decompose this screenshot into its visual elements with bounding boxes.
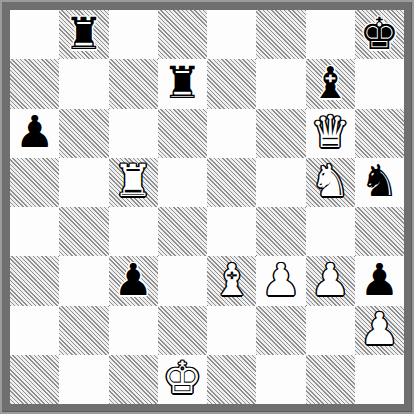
piece-black-pawn: ♟ — [360, 258, 399, 302]
square-e8[interactable] — [207, 10, 256, 59]
piece-black-pawn: ♟ — [113, 258, 152, 302]
square-a4[interactable] — [10, 207, 59, 256]
square-c1[interactable] — [109, 355, 158, 404]
square-e2[interactable] — [207, 306, 256, 355]
square-b1[interactable] — [59, 355, 108, 404]
square-e7[interactable] — [207, 59, 256, 108]
chess-board: ♜♚♜♝♟♛♜♞♞♟♝♟♟♟♟♚ — [10, 10, 404, 404]
square-a8[interactable] — [10, 10, 59, 59]
piece-white-queen: ♛ — [310, 110, 349, 154]
piece-white-knight: ♞ — [310, 159, 349, 203]
square-d8[interactable] — [158, 10, 207, 59]
square-d2[interactable] — [158, 306, 207, 355]
square-c8[interactable] — [109, 10, 158, 59]
piece-black-king: ♚ — [360, 12, 399, 56]
square-b4[interactable] — [59, 207, 108, 256]
square-g4[interactable] — [306, 207, 355, 256]
square-c6[interactable] — [109, 109, 158, 158]
piece-black-knight: ♞ — [360, 159, 399, 203]
square-g5[interactable]: ♞ — [306, 158, 355, 207]
square-e6[interactable] — [207, 109, 256, 158]
square-f8[interactable] — [256, 10, 305, 59]
square-a1[interactable] — [10, 355, 59, 404]
square-f2[interactable] — [256, 306, 305, 355]
square-a2[interactable] — [10, 306, 59, 355]
square-f7[interactable] — [256, 59, 305, 108]
square-g3[interactable]: ♟ — [306, 256, 355, 305]
piece-black-rook: ♜ — [64, 12, 103, 56]
square-e5[interactable] — [207, 158, 256, 207]
square-b3[interactable] — [59, 256, 108, 305]
square-d6[interactable] — [158, 109, 207, 158]
square-f1[interactable] — [256, 355, 305, 404]
square-h2[interactable]: ♟ — [355, 306, 404, 355]
square-h7[interactable] — [355, 59, 404, 108]
square-b6[interactable] — [59, 109, 108, 158]
square-g8[interactable] — [306, 10, 355, 59]
square-b7[interactable] — [59, 59, 108, 108]
piece-black-rook: ♜ — [163, 61, 202, 105]
board-frame: ♜♚♜♝♟♛♜♞♞♟♝♟♟♟♟♚ — [0, 0, 414, 414]
square-g2[interactable] — [306, 306, 355, 355]
square-c2[interactable] — [109, 306, 158, 355]
square-g6[interactable]: ♛ — [306, 109, 355, 158]
square-a5[interactable] — [10, 158, 59, 207]
square-e3[interactable]: ♝ — [207, 256, 256, 305]
square-h6[interactable] — [355, 109, 404, 158]
square-f4[interactable] — [256, 207, 305, 256]
square-b8[interactable]: ♜ — [59, 10, 108, 59]
square-e1[interactable] — [207, 355, 256, 404]
piece-white-pawn: ♟ — [360, 307, 399, 351]
square-c4[interactable] — [109, 207, 158, 256]
square-h1[interactable] — [355, 355, 404, 404]
piece-black-pawn: ♟ — [15, 110, 54, 154]
square-h5[interactable]: ♞ — [355, 158, 404, 207]
square-h8[interactable]: ♚ — [355, 10, 404, 59]
square-f5[interactable] — [256, 158, 305, 207]
square-c7[interactable] — [109, 59, 158, 108]
square-c5[interactable]: ♜ — [109, 158, 158, 207]
square-a7[interactable] — [10, 59, 59, 108]
piece-white-bishop: ♝ — [212, 258, 251, 302]
square-g7[interactable]: ♝ — [306, 59, 355, 108]
square-g1[interactable] — [306, 355, 355, 404]
square-a3[interactable] — [10, 256, 59, 305]
square-f3[interactable]: ♟ — [256, 256, 305, 305]
square-d3[interactable] — [158, 256, 207, 305]
square-d1[interactable]: ♚ — [158, 355, 207, 404]
square-b2[interactable] — [59, 306, 108, 355]
piece-white-pawn: ♟ — [310, 258, 349, 302]
piece-white-rook: ♜ — [113, 159, 152, 203]
square-b5[interactable] — [59, 158, 108, 207]
square-f6[interactable] — [256, 109, 305, 158]
square-d5[interactable] — [158, 158, 207, 207]
piece-white-pawn: ♟ — [261, 258, 300, 302]
square-d7[interactable]: ♜ — [158, 59, 207, 108]
square-c3[interactable]: ♟ — [109, 256, 158, 305]
square-a6[interactable]: ♟ — [10, 109, 59, 158]
square-h3[interactable]: ♟ — [355, 256, 404, 305]
piece-black-bishop: ♝ — [310, 61, 349, 105]
piece-white-king: ♚ — [163, 356, 202, 400]
square-e4[interactable] — [207, 207, 256, 256]
square-h4[interactable] — [355, 207, 404, 256]
square-d4[interactable] — [158, 207, 207, 256]
